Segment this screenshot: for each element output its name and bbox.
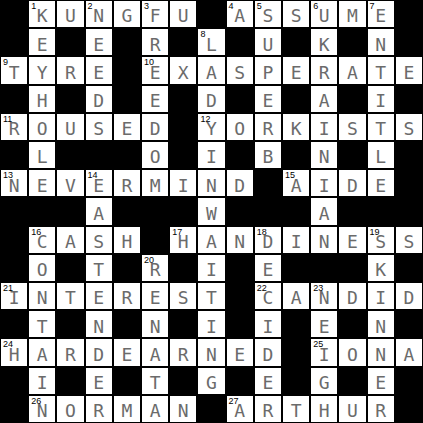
clue-number: 21 bbox=[3, 283, 13, 293]
cell-r2c11[interactable]: R bbox=[310, 56, 338, 84]
cell-r11c1[interactable]: T bbox=[28, 310, 56, 338]
cell-r6c6[interactable]: I bbox=[169, 169, 197, 197]
clue-number: 4 bbox=[229, 1, 234, 11]
cell-r14c8[interactable]: 27A bbox=[226, 395, 254, 423]
cell-r13c7[interactable]: G bbox=[197, 367, 225, 395]
cell-r8c9[interactable]: 18D bbox=[254, 226, 282, 254]
cell-r2c2[interactable]: R bbox=[56, 56, 84, 84]
black-cell bbox=[226, 254, 254, 282]
cell-r14c10[interactable]: T bbox=[282, 395, 310, 423]
cell-letter: A bbox=[37, 346, 48, 366]
cell-r1c3[interactable]: E bbox=[85, 28, 113, 56]
cell-r10c3[interactable]: E bbox=[85, 282, 113, 310]
cell-letter: V bbox=[65, 177, 76, 197]
cell-r12c0[interactable]: 24H bbox=[0, 338, 28, 366]
cell-r13c13[interactable]: E bbox=[367, 367, 395, 395]
cell-r12c12[interactable]: O bbox=[338, 338, 366, 366]
cell-letter: I bbox=[291, 233, 302, 253]
black-cell bbox=[282, 338, 310, 366]
cell-letter: D bbox=[347, 177, 358, 197]
cell-letter: D bbox=[93, 346, 104, 366]
cell-r12c13[interactable]: N bbox=[367, 338, 395, 366]
cell-letter: U bbox=[347, 402, 358, 422]
clue-number: 8 bbox=[200, 29, 205, 39]
cell-r8c8[interactable]: N bbox=[226, 226, 254, 254]
cell-letter: D bbox=[150, 120, 161, 140]
cell-r10c0[interactable]: 21I bbox=[0, 282, 28, 310]
cell-r0c6[interactable]: U bbox=[169, 0, 197, 28]
cell-letter: K bbox=[375, 261, 386, 281]
clue-number: 19 bbox=[370, 227, 380, 237]
cell-r2c14[interactable]: E bbox=[395, 56, 423, 84]
black-cell bbox=[0, 254, 28, 282]
cell-r0c9[interactable]: 5S bbox=[254, 0, 282, 28]
cell-r2c8[interactable]: S bbox=[226, 56, 254, 84]
cell-r4c7[interactable]: 12Y bbox=[197, 113, 225, 141]
cell-letter: M bbox=[347, 7, 358, 27]
cell-r12c11[interactable]: 25I bbox=[310, 338, 338, 366]
cell-r12c3[interactable]: D bbox=[85, 338, 113, 366]
black-cell bbox=[113, 197, 141, 225]
black-cell bbox=[338, 28, 366, 56]
cell-r14c13[interactable]: R bbox=[367, 395, 395, 423]
black-cell bbox=[282, 254, 310, 282]
cell-r14c4[interactable]: M bbox=[113, 395, 141, 423]
cell-letter: E bbox=[234, 346, 245, 366]
clue-number: 12 bbox=[200, 114, 210, 124]
black-cell bbox=[56, 367, 84, 395]
cell-letter: F bbox=[150, 7, 161, 27]
cell-letter: R bbox=[65, 64, 76, 84]
cell-letter: D bbox=[262, 346, 273, 366]
cell-letter: E bbox=[347, 233, 358, 253]
cell-r2c12[interactable]: A bbox=[338, 56, 366, 84]
cell-letter: E bbox=[291, 64, 302, 84]
cell-letter: T bbox=[206, 289, 217, 309]
cell-r10c1[interactable]: N bbox=[28, 282, 56, 310]
cell-r6c10[interactable]: 15A bbox=[282, 169, 310, 197]
black-cell bbox=[338, 141, 366, 169]
cell-r10c6[interactable]: S bbox=[169, 282, 197, 310]
cell-r7c11[interactable]: A bbox=[310, 197, 338, 225]
cell-r1c9[interactable]: U bbox=[254, 28, 282, 56]
cell-letter: H bbox=[37, 92, 48, 112]
cell-letter: R bbox=[93, 402, 104, 422]
cell-letter: L bbox=[37, 148, 48, 168]
cell-letter: A bbox=[150, 402, 161, 422]
black-cell bbox=[197, 0, 225, 28]
cell-r0c11[interactable]: 6U bbox=[310, 0, 338, 28]
cell-r12c9[interactable]: D bbox=[254, 338, 282, 366]
cell-letter: A bbox=[150, 346, 161, 366]
cell-r5c13[interactable]: L bbox=[367, 141, 395, 169]
cell-letter: N bbox=[93, 7, 104, 27]
cell-r6c11[interactable]: I bbox=[310, 169, 338, 197]
black-cell bbox=[282, 367, 310, 395]
cell-r5c11[interactable]: N bbox=[310, 141, 338, 169]
cell-letter: R bbox=[262, 120, 273, 140]
cell-r0c2[interactable]: U bbox=[56, 0, 84, 28]
cell-letter: U bbox=[65, 120, 76, 140]
cell-letter: E bbox=[37, 177, 48, 197]
cell-r13c11[interactable]: G bbox=[310, 367, 338, 395]
black-cell bbox=[395, 395, 423, 423]
cell-r0c3[interactable]: 2N bbox=[85, 0, 113, 28]
cell-r12c1[interactable]: A bbox=[28, 338, 56, 366]
cell-letter: I bbox=[206, 148, 217, 168]
cell-r14c5[interactable]: A bbox=[141, 395, 169, 423]
clue-number: 20 bbox=[144, 255, 154, 265]
cell-letter: T bbox=[375, 64, 386, 84]
cell-letter: W bbox=[206, 205, 217, 225]
cell-letter: E bbox=[375, 7, 386, 27]
cell-r8c10[interactable]: I bbox=[282, 226, 310, 254]
cell-r14c9[interactable]: R bbox=[254, 395, 282, 423]
cell-letter: E bbox=[121, 346, 132, 366]
cell-r0c13[interactable]: 7E bbox=[367, 0, 395, 28]
cell-letter: S bbox=[403, 233, 414, 253]
black-cell bbox=[113, 141, 141, 169]
cell-letter: A bbox=[206, 64, 217, 84]
cell-letter: G bbox=[121, 7, 132, 27]
cell-r4c0[interactable]: 11R bbox=[0, 113, 28, 141]
cell-r12c7[interactable]: N bbox=[197, 338, 225, 366]
cell-r0c8[interactable]: 4A bbox=[226, 0, 254, 28]
cell-r2c10[interactable]: E bbox=[282, 56, 310, 84]
cell-letter: N bbox=[37, 289, 48, 309]
black-cell bbox=[0, 310, 28, 338]
cell-letter: L bbox=[206, 36, 217, 56]
cell-r0c10[interactable]: S bbox=[282, 0, 310, 28]
cell-letter: N bbox=[206, 346, 217, 366]
cell-r12c6[interactable]: R bbox=[169, 338, 197, 366]
cell-r8c3[interactable]: S bbox=[85, 226, 113, 254]
black-cell bbox=[169, 197, 197, 225]
cell-r5c1[interactable]: L bbox=[28, 141, 56, 169]
cell-letter: I bbox=[206, 318, 217, 338]
black-cell bbox=[169, 113, 197, 141]
cell-r5c9[interactable]: B bbox=[254, 141, 282, 169]
black-cell bbox=[282, 197, 310, 225]
cell-r14c1[interactable]: 26N bbox=[28, 395, 56, 423]
cell-letter: O bbox=[150, 148, 161, 168]
black-cell bbox=[113, 310, 141, 338]
cell-r4c14[interactable]: S bbox=[395, 113, 423, 141]
cell-r6c8[interactable]: D bbox=[226, 169, 254, 197]
cell-r13c3[interactable]: E bbox=[85, 367, 113, 395]
cell-letter: U bbox=[65, 7, 76, 27]
cell-letter: N bbox=[206, 177, 217, 197]
cell-r9c9[interactable]: E bbox=[254, 254, 282, 282]
cell-r8c7[interactable]: A bbox=[197, 226, 225, 254]
cell-r3c7[interactable]: D bbox=[197, 85, 225, 113]
cell-r8c4[interactable]: H bbox=[113, 226, 141, 254]
cell-letter: I bbox=[178, 177, 189, 197]
cell-letter: D bbox=[347, 289, 358, 309]
cell-r14c11[interactable]: H bbox=[310, 395, 338, 423]
cell-letter: A bbox=[347, 64, 358, 84]
cell-r3c3[interactable]: D bbox=[85, 85, 113, 113]
cell-r13c1[interactable]: I bbox=[28, 367, 56, 395]
cell-r8c14[interactable]: S bbox=[395, 226, 423, 254]
black-cell bbox=[169, 28, 197, 56]
clue-number: 11 bbox=[3, 114, 12, 124]
cell-r6c4[interactable]: R bbox=[113, 169, 141, 197]
cell-letter: K bbox=[37, 7, 48, 27]
cell-r13c9[interactable]: E bbox=[254, 367, 282, 395]
black-cell bbox=[0, 141, 28, 169]
cell-r9c1[interactable]: O bbox=[28, 254, 56, 282]
cell-r4c5[interactable]: D bbox=[141, 113, 169, 141]
cell-letter: I bbox=[262, 318, 273, 338]
black-cell bbox=[338, 367, 366, 395]
cell-letter: A bbox=[319, 92, 330, 112]
cell-r3c1[interactable]: H bbox=[28, 85, 56, 113]
cell-r10c4[interactable]: R bbox=[113, 282, 141, 310]
cell-letter: I bbox=[206, 261, 217, 281]
cell-r1c5[interactable]: R bbox=[141, 28, 169, 56]
cell-r7c3[interactable]: A bbox=[85, 197, 113, 225]
black-cell bbox=[56, 85, 84, 113]
cell-r4c3[interactable]: S bbox=[85, 113, 113, 141]
cell-r12c2[interactable]: R bbox=[56, 338, 84, 366]
clue-number: 3 bbox=[144, 1, 149, 11]
cell-letter: S bbox=[93, 120, 104, 140]
clue-number: 13 bbox=[3, 170, 13, 180]
cell-r10c9[interactable]: 22C bbox=[254, 282, 282, 310]
cell-r4c1[interactable]: O bbox=[28, 113, 56, 141]
black-cell bbox=[395, 85, 423, 113]
cell-letter: E bbox=[262, 92, 273, 112]
cell-letter: S bbox=[403, 120, 414, 140]
cell-r2c5[interactable]: 10E bbox=[141, 56, 169, 84]
cell-r10c13[interactable]: I bbox=[367, 282, 395, 310]
cell-r5c5[interactable]: O bbox=[141, 141, 169, 169]
cell-r8c6[interactable]: 17H bbox=[169, 226, 197, 254]
cell-letter: B bbox=[262, 148, 273, 168]
cell-r11c3[interactable]: N bbox=[85, 310, 113, 338]
cell-letter: I bbox=[319, 177, 330, 197]
cell-r14c12[interactable]: U bbox=[338, 395, 366, 423]
clue-number: 9 bbox=[3, 57, 8, 67]
cell-r4c10[interactable]: K bbox=[282, 113, 310, 141]
cell-letter: E bbox=[93, 374, 104, 394]
black-cell bbox=[0, 85, 28, 113]
cell-letter: G bbox=[319, 374, 330, 394]
clue-number: 7 bbox=[370, 1, 375, 11]
cell-r1c1[interactable]: E bbox=[28, 28, 56, 56]
cell-r11c11[interactable]: E bbox=[310, 310, 338, 338]
cell-r12c4[interactable]: E bbox=[113, 338, 141, 366]
black-cell bbox=[226, 85, 254, 113]
cell-r4c13[interactable]: T bbox=[367, 113, 395, 141]
cell-r10c14[interactable]: D bbox=[395, 282, 423, 310]
cell-r4c12[interactable]: S bbox=[338, 113, 366, 141]
cell-letter: E bbox=[93, 36, 104, 56]
black-cell bbox=[56, 141, 84, 169]
cell-letter: T bbox=[37, 318, 48, 338]
black-cell bbox=[113, 56, 141, 84]
cell-r10c7[interactable]: T bbox=[197, 282, 225, 310]
black-cell bbox=[282, 85, 310, 113]
black-cell bbox=[141, 226, 169, 254]
cell-r8c12[interactable]: E bbox=[338, 226, 366, 254]
black-cell bbox=[282, 28, 310, 56]
cell-r9c7[interactable]: I bbox=[197, 254, 225, 282]
cell-letter: E bbox=[403, 64, 414, 84]
cell-letter: D bbox=[206, 92, 217, 112]
cell-r13c5[interactable]: T bbox=[141, 367, 169, 395]
cell-letter: T bbox=[65, 289, 76, 309]
black-cell bbox=[282, 310, 310, 338]
cell-letter: E bbox=[319, 318, 330, 338]
cell-r11c13[interactable]: N bbox=[367, 310, 395, 338]
black-cell bbox=[85, 141, 113, 169]
cell-r2c13[interactable]: T bbox=[367, 56, 395, 84]
cell-r10c2[interactable]: T bbox=[56, 282, 84, 310]
cell-letter: N bbox=[375, 36, 386, 56]
cell-r6c2[interactable]: V bbox=[56, 169, 84, 197]
cell-r2c3[interactable]: E bbox=[85, 56, 113, 84]
cell-letter: X bbox=[178, 64, 189, 84]
cell-r2c7[interactable]: A bbox=[197, 56, 225, 84]
cell-r4c11[interactable]: I bbox=[310, 113, 338, 141]
clue-number: 10 bbox=[144, 57, 154, 67]
cell-letter: N bbox=[319, 233, 330, 253]
cell-letter: R bbox=[262, 402, 273, 422]
cell-r9c5[interactable]: 20R bbox=[141, 254, 169, 282]
cell-r1c7[interactable]: 8L bbox=[197, 28, 225, 56]
cell-r3c11[interactable]: A bbox=[310, 85, 338, 113]
cell-r6c1[interactable]: E bbox=[28, 169, 56, 197]
cell-r1c13[interactable]: N bbox=[367, 28, 395, 56]
black-cell bbox=[56, 310, 84, 338]
cell-r4c2[interactable]: U bbox=[56, 113, 84, 141]
cell-r6c3[interactable]: 14E bbox=[85, 169, 113, 197]
black-cell bbox=[113, 254, 141, 282]
cell-letter: D bbox=[93, 92, 104, 112]
cell-letter: A bbox=[65, 233, 76, 253]
black-cell bbox=[395, 141, 423, 169]
cell-r0c1[interactable]: 1K bbox=[28, 0, 56, 28]
black-cell bbox=[197, 395, 225, 423]
cell-r2c9[interactable]: P bbox=[254, 56, 282, 84]
cell-r6c0[interactable]: 13N bbox=[0, 169, 28, 197]
cell-r11c7[interactable]: I bbox=[197, 310, 225, 338]
cell-letter: S bbox=[347, 120, 358, 140]
cell-r6c5[interactable]: M bbox=[141, 169, 169, 197]
cell-letter: E bbox=[375, 177, 386, 197]
clue-number: 24 bbox=[3, 339, 13, 349]
cell-r9c3[interactable]: T bbox=[85, 254, 113, 282]
cell-r8c13[interactable]: 19S bbox=[367, 226, 395, 254]
black-cell bbox=[395, 367, 423, 395]
cell-r6c12[interactable]: D bbox=[338, 169, 366, 197]
cell-letter: R bbox=[319, 64, 330, 84]
cell-r14c2[interactable]: O bbox=[56, 395, 84, 423]
clue-number: 22 bbox=[257, 283, 267, 293]
cell-letter: T bbox=[9, 64, 20, 84]
cell-letter: R bbox=[150, 36, 161, 56]
cell-r11c5[interactable]: N bbox=[141, 310, 169, 338]
black-cell bbox=[56, 28, 84, 56]
cell-r8c11[interactable]: N bbox=[310, 226, 338, 254]
cell-r14c3[interactable]: R bbox=[85, 395, 113, 423]
cell-r3c5[interactable]: E bbox=[141, 85, 169, 113]
crossword-board: 1KU2NG3FU4A5SS6UM7EEER8LUKN9TYRE10EXASPE… bbox=[0, 0, 423, 423]
clue-number: 18 bbox=[257, 227, 267, 237]
cell-letter: U bbox=[178, 7, 189, 27]
cell-r10c12[interactable]: D bbox=[338, 282, 366, 310]
cell-letter: E bbox=[262, 374, 273, 394]
cell-letter: O bbox=[65, 402, 76, 422]
cell-r2c1[interactable]: Y bbox=[28, 56, 56, 84]
black-cell bbox=[0, 367, 28, 395]
cell-r9c13[interactable]: K bbox=[367, 254, 395, 282]
cell-r2c6[interactable]: X bbox=[169, 56, 197, 84]
black-cell bbox=[282, 141, 310, 169]
cell-letter: N bbox=[319, 148, 330, 168]
cell-r8c2[interactable]: A bbox=[56, 226, 84, 254]
black-cell bbox=[113, 367, 141, 395]
clue-number: 1 bbox=[31, 1, 36, 11]
cell-letter: Y bbox=[37, 64, 48, 84]
cell-r10c10[interactable]: A bbox=[282, 282, 310, 310]
cell-r12c8[interactable]: E bbox=[226, 338, 254, 366]
cell-r10c11[interactable]: 23N bbox=[310, 282, 338, 310]
cell-r12c5[interactable]: A bbox=[141, 338, 169, 366]
black-cell bbox=[0, 395, 28, 423]
cell-r1c11[interactable]: K bbox=[310, 28, 338, 56]
cell-r3c9[interactable]: E bbox=[254, 85, 282, 113]
cell-letter: H bbox=[319, 402, 330, 422]
cell-letter: I bbox=[37, 374, 48, 394]
cell-r3c13[interactable]: I bbox=[367, 85, 395, 113]
clue-number: 14 bbox=[88, 170, 98, 180]
cell-r0c12[interactable]: M bbox=[338, 0, 366, 28]
cell-r4c8[interactable]: O bbox=[226, 113, 254, 141]
black-cell bbox=[0, 28, 28, 56]
cell-r2c0[interactable]: 9T bbox=[0, 56, 28, 84]
cell-letter: I bbox=[375, 289, 386, 309]
cell-r11c9[interactable]: I bbox=[254, 310, 282, 338]
black-cell bbox=[28, 197, 56, 225]
cell-r7c7[interactable]: W bbox=[197, 197, 225, 225]
cell-r12c14[interactable]: A bbox=[395, 338, 423, 366]
black-cell bbox=[0, 226, 28, 254]
cell-r6c13[interactable]: E bbox=[367, 169, 395, 197]
black-cell bbox=[338, 254, 366, 282]
clue-number: 17 bbox=[172, 227, 182, 237]
cell-letter: A bbox=[206, 233, 217, 253]
cell-r0c4[interactable]: G bbox=[113, 0, 141, 28]
black-cell bbox=[169, 85, 197, 113]
cell-r4c4[interactable]: E bbox=[113, 113, 141, 141]
cell-r10c5[interactable]: E bbox=[141, 282, 169, 310]
cell-r14c6[interactable]: N bbox=[169, 395, 197, 423]
cell-letter: A bbox=[93, 205, 104, 225]
clue-number: 6 bbox=[313, 1, 318, 11]
black-cell bbox=[113, 85, 141, 113]
cell-r6c7[interactable]: N bbox=[197, 169, 225, 197]
cell-r4c9[interactable]: R bbox=[254, 113, 282, 141]
cell-r0c5[interactable]: 3F bbox=[141, 0, 169, 28]
cell-r5c7[interactable]: I bbox=[197, 141, 225, 169]
cell-letter: N bbox=[375, 318, 386, 338]
cell-r8c1[interactable]: 16C bbox=[28, 226, 56, 254]
cell-letter: T bbox=[150, 374, 161, 394]
clue-number: 23 bbox=[313, 283, 323, 293]
